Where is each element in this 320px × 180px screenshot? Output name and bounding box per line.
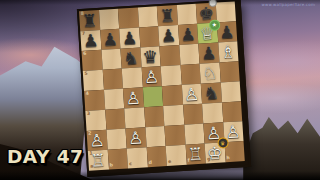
square-b7[interactable]: ♟ bbox=[100, 29, 121, 50]
black-pawn-piece: ♟ bbox=[201, 44, 217, 62]
black-rook-piece: ♜ bbox=[159, 7, 175, 25]
square-g6[interactable]: ♟ bbox=[198, 43, 219, 64]
black-knight-piece: ♞ bbox=[123, 49, 139, 67]
coordinate-rank-2: 2 bbox=[88, 132, 91, 137]
chess-board: 8♜♜♚7♟♟♟♟♟♕★♟6♞♛♟♗5♙♘4♙♙♞32♙♙♙♙1a♖bcdef♖… bbox=[77, 0, 251, 177]
black-pawn-piece: ♟ bbox=[102, 30, 118, 48]
square-e6[interactable] bbox=[159, 45, 180, 66]
square-e1[interactable]: e bbox=[166, 145, 187, 166]
coordinate-rank-6: 6 bbox=[83, 52, 86, 57]
square-d3[interactable] bbox=[144, 106, 165, 127]
square-a2[interactable]: 2♙ bbox=[87, 130, 108, 151]
square-g4[interactable]: ♞ bbox=[201, 82, 222, 103]
white-pawn-piece: ♙ bbox=[89, 131, 105, 149]
coordinate-file-g: g bbox=[207, 158, 211, 163]
square-f4[interactable]: ♙ bbox=[181, 84, 202, 105]
day-counter-label: DAY 47 bbox=[7, 146, 84, 167]
coordinate-rank-8: 8 bbox=[81, 12, 84, 17]
square-a1[interactable]: 1a♖ bbox=[88, 150, 109, 171]
coordinate-file-f: f bbox=[188, 159, 190, 164]
coordinate-rank-4: 4 bbox=[86, 92, 89, 97]
square-b4[interactable] bbox=[103, 89, 124, 110]
square-a5[interactable]: 5 bbox=[83, 70, 104, 91]
coordinate-rank-7: 7 bbox=[82, 32, 85, 37]
coordinate-file-b: b bbox=[110, 164, 114, 169]
white-rook-piece: ♖ bbox=[187, 145, 203, 163]
square-a3[interactable]: 3 bbox=[85, 110, 106, 131]
square-f2[interactable] bbox=[184, 124, 205, 145]
coordinate-file-d: d bbox=[149, 161, 153, 166]
square-a6[interactable]: 6 bbox=[82, 50, 103, 71]
thumbnail-stage: 8♜♜♚7♟♟♟♟♟♕★♟6♞♛♟♗5♙♘4♙♙♞32♙♙♙♙1a♖bcdef♖… bbox=[0, 0, 320, 180]
square-d5[interactable]: ♙ bbox=[141, 66, 162, 87]
white-pawn-piece: ♙ bbox=[225, 123, 241, 141]
coordinate-file-a: a bbox=[90, 165, 93, 170]
square-c5[interactable] bbox=[122, 67, 143, 88]
winner-crown-icon: ♛ bbox=[217, 137, 229, 149]
square-c8[interactable] bbox=[118, 8, 139, 29]
square-b8[interactable] bbox=[98, 9, 119, 30]
square-h5[interactable] bbox=[219, 61, 240, 82]
square-a4[interactable]: 4 bbox=[84, 90, 105, 111]
square-g3[interactable] bbox=[202, 102, 223, 123]
white-pawn-piece: ♙ bbox=[125, 89, 141, 107]
white-rook-piece: ♖ bbox=[90, 151, 106, 169]
square-e8[interactable]: ♜ bbox=[157, 5, 178, 26]
coordinate-rank-1: 1 bbox=[89, 152, 92, 157]
square-a8[interactable]: 8♜ bbox=[79, 10, 100, 31]
white-bishop-piece: ♗ bbox=[220, 43, 236, 61]
square-e4[interactable] bbox=[162, 85, 183, 106]
square-h6[interactable]: ♗ bbox=[218, 41, 239, 62]
black-queen-piece: ♛ bbox=[142, 48, 158, 66]
black-knight-piece: ♞ bbox=[203, 84, 219, 102]
best-move-star-icon: ★ bbox=[209, 19, 220, 30]
white-pawn-piece: ♙ bbox=[184, 85, 200, 103]
square-c6[interactable]: ♞ bbox=[120, 47, 141, 68]
square-g5[interactable]: ♘ bbox=[200, 62, 221, 83]
square-d4[interactable] bbox=[142, 86, 163, 107]
black-pawn-piece: ♟ bbox=[121, 29, 137, 47]
square-e7[interactable]: ♟ bbox=[158, 25, 179, 46]
coordinate-file-h: h bbox=[226, 156, 230, 161]
black-pawn-piece: ♟ bbox=[180, 25, 196, 43]
black-pawn-piece: ♟ bbox=[82, 32, 98, 50]
square-f5[interactable] bbox=[180, 64, 201, 85]
square-b1[interactable]: b bbox=[107, 148, 128, 169]
white-knight-piece: ♘ bbox=[202, 64, 218, 82]
white-pawn-piece: ♙ bbox=[128, 129, 144, 147]
board-grid: 8♜♜♚7♟♟♟♟♟♕★♟6♞♛♟♗5♙♘4♙♙♞32♙♙♙♙1a♖bcdef♖… bbox=[79, 1, 245, 170]
square-b6[interactable] bbox=[101, 49, 122, 70]
square-b3[interactable] bbox=[105, 109, 126, 130]
square-e5[interactable] bbox=[161, 65, 182, 86]
square-h3[interactable] bbox=[222, 101, 243, 122]
square-f7[interactable]: ♟ bbox=[178, 24, 199, 45]
square-g7[interactable]: ♕★ bbox=[197, 23, 218, 44]
square-d6[interactable]: ♛ bbox=[140, 46, 161, 67]
coordinate-rank-3: 3 bbox=[87, 112, 90, 117]
coordinate-file-c: c bbox=[129, 163, 132, 168]
coordinate-file-e: e bbox=[168, 160, 171, 165]
black-pawn-piece: ♟ bbox=[160, 27, 176, 45]
square-f8[interactable] bbox=[176, 4, 197, 25]
square-g1[interactable]: g♔♛ bbox=[205, 142, 226, 163]
square-d7[interactable] bbox=[139, 26, 160, 47]
square-e3[interactable] bbox=[163, 105, 184, 126]
square-a7[interactable]: 7♟ bbox=[80, 30, 101, 51]
square-b2[interactable] bbox=[106, 128, 127, 149]
square-f1[interactable]: f♖ bbox=[185, 144, 206, 165]
black-rook-piece: ♜ bbox=[81, 12, 97, 30]
square-c4[interactable]: ♙ bbox=[123, 87, 144, 108]
square-e2[interactable] bbox=[164, 125, 185, 146]
square-d1[interactable]: d bbox=[146, 146, 167, 167]
square-c1[interactable]: c bbox=[127, 147, 148, 168]
square-c7[interactable]: ♟ bbox=[119, 27, 140, 48]
square-f3[interactable] bbox=[183, 104, 204, 125]
square-c3[interactable] bbox=[124, 107, 145, 128]
coordinate-rank-5: 5 bbox=[84, 72, 87, 77]
square-b5[interactable] bbox=[102, 69, 123, 90]
watermark-text: www.wallpaperflare.com bbox=[261, 2, 315, 7]
square-h8[interactable] bbox=[215, 1, 236, 22]
square-f6[interactable] bbox=[179, 44, 200, 65]
square-c2[interactable]: ♙ bbox=[125, 127, 146, 148]
black-pawn-piece: ♟ bbox=[219, 23, 235, 41]
square-h4[interactable] bbox=[220, 81, 241, 102]
square-d2[interactable] bbox=[145, 126, 166, 147]
square-d8[interactable] bbox=[137, 6, 158, 27]
white-pawn-piece: ♙ bbox=[143, 68, 159, 86]
